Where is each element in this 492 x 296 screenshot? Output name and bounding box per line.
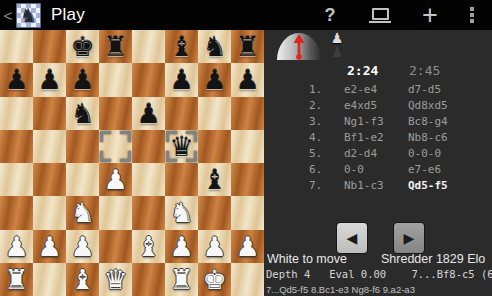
square-e3[interactable] — [132, 196, 165, 229]
square-d2[interactable] — [99, 230, 132, 263]
captured-white-pawn-icon: ♟ — [331, 31, 344, 45]
move-list: 1.e2-e4d7-d52.e4xd5Qd8xd53.Ng1-f3Bc8-g44… — [309, 81, 448, 193]
square-h8[interactable]: ♜ — [231, 30, 264, 63]
board-rect-icon — [372, 8, 389, 20]
square-d3[interactable] — [99, 196, 132, 229]
captured-black-pawn-icon: ♟ — [331, 45, 344, 59]
black-move[interactable]: Qd8xd5 — [408, 99, 448, 112]
piece-black-rook[interactable]: ♜ — [235, 33, 259, 60]
turn-indicator: White to move — [267, 252, 347, 266]
piece-black-king[interactable]: ♚ — [70, 33, 94, 60]
square-a6[interactable] — [0, 97, 33, 130]
square-a3[interactable] — [0, 196, 33, 229]
move-row: 1.e2-e4d7-d5 — [309, 81, 448, 97]
white-move[interactable]: e2-e4 — [344, 83, 408, 96]
piece-black-pawn[interactable]: ♟ — [37, 66, 61, 93]
piece-black-pawn[interactable]: ♟ — [235, 66, 259, 93]
white-move[interactable]: Bf1-e2 — [344, 131, 408, 144]
square-h4[interactable] — [231, 163, 264, 196]
square-c2[interactable]: ♟ — [66, 230, 99, 263]
square-g1[interactable]: ♚ — [198, 263, 231, 296]
square-b1[interactable] — [33, 263, 66, 296]
chess-board: ♚♜♝♞♜♟♟♟♟♟♟♞♟♛♟♝♞♞♟♟♟♝♟♟♟♜♝♛♜♚ — [0, 30, 264, 296]
square-b5[interactable] — [33, 130, 66, 163]
square-c6[interactable]: ♞ — [66, 97, 99, 130]
overflow-menu-button[interactable] — [460, 0, 484, 30]
black-move[interactable]: Nb8-c6 — [408, 131, 448, 144]
piece-white-rook[interactable]: ♜ — [169, 266, 193, 293]
square-c7[interactable]: ♟ — [66, 63, 99, 96]
square-h1[interactable] — [231, 263, 264, 296]
last-move-corner-icon — [120, 151, 131, 162]
piece-white-pawn[interactable]: ♟ — [70, 233, 94, 260]
square-e2[interactable]: ♝ — [132, 230, 165, 263]
square-g6[interactable] — [198, 97, 231, 130]
square-g3[interactable] — [198, 196, 231, 229]
square-g8[interactable]: ♞ — [198, 30, 231, 63]
principal-variation-line: 7...Qd5-f5 8.Bc1-e3 Ng8-f6 9.a2-a3 — [266, 284, 415, 295]
piece-black-bishop[interactable]: ♝ — [202, 166, 226, 193]
move-row: 5.d2-d40-0-0 — [309, 145, 448, 161]
move-number: 3. — [309, 115, 344, 128]
captured-pieces: ♟ ♟ — [328, 31, 346, 59]
square-a2[interactable]: ♟ — [0, 230, 33, 263]
piece-white-pawn[interactable]: ♟ — [169, 233, 193, 260]
square-e7[interactable] — [132, 63, 165, 96]
piece-white-king[interactable]: ♚ — [202, 266, 226, 293]
top-bar: < ♞ Play ? + — [0, 0, 492, 30]
square-c3[interactable]: ♞ — [66, 196, 99, 229]
square-f4[interactable] — [165, 163, 198, 196]
square-f5[interactable]: ♛ — [165, 130, 198, 163]
square-h5[interactable] — [231, 130, 264, 163]
square-c5[interactable] — [66, 130, 99, 163]
page-title: Play — [51, 5, 85, 25]
square-a8[interactable] — [0, 30, 33, 63]
piece-white-pawn[interactable]: ♟ — [235, 233, 259, 260]
square-g5[interactable] — [198, 130, 231, 163]
move-row: 3.Ng1-f3Bc8-g4 — [309, 113, 448, 129]
square-c4[interactable] — [66, 163, 99, 196]
square-c1[interactable]: ♝ — [66, 263, 99, 296]
square-d8[interactable]: ♜ — [99, 30, 132, 63]
engine-analysis-line: Depth 4 Eval 0.00 7...Bf8-c5 (6 — [266, 268, 492, 280]
knight-logo-icon: ♞ — [20, 6, 37, 25]
square-c8[interactable]: ♚ — [66, 30, 99, 63]
piece-black-queen[interactable]: ♛ — [169, 133, 193, 160]
board-base-icon — [369, 21, 391, 23]
new-game-button[interactable]: + — [412, 0, 448, 33]
move-row: 2.e4xd5Qd8xd5 — [309, 97, 448, 113]
square-a7[interactable]: ♟ — [0, 63, 33, 96]
square-d7[interactable] — [99, 63, 132, 96]
square-h6[interactable] — [231, 97, 264, 130]
square-b2[interactable]: ♟ — [33, 230, 66, 263]
piece-white-pawn[interactable]: ♟ — [202, 233, 226, 260]
square-a5[interactable] — [0, 130, 33, 163]
piece-black-pawn[interactable]: ♟ — [169, 66, 193, 93]
move-row: 4.Bf1-e2Nb8-c6 — [309, 129, 448, 145]
piece-black-pawn[interactable]: ♟ — [136, 100, 160, 127]
black-move[interactable]: 0-0-0 — [408, 147, 448, 160]
square-b3[interactable] — [33, 196, 66, 229]
menu-dot-icon — [470, 13, 474, 17]
square-h7[interactable]: ♟ — [231, 63, 264, 96]
piece-white-bishop[interactable]: ♝ — [136, 233, 160, 260]
piece-black-pawn[interactable]: ♟ — [70, 66, 94, 93]
square-h3[interactable] — [231, 196, 264, 229]
piece-white-pawn[interactable]: ♟ — [37, 233, 61, 260]
square-f7[interactable]: ♟ — [165, 63, 198, 96]
menu-dot-icon — [470, 19, 474, 23]
square-f6[interactable] — [165, 97, 198, 130]
piece-black-pawn[interactable]: ♟ — [4, 66, 28, 93]
menu-dot-icon — [470, 7, 474, 11]
square-f1[interactable]: ♜ — [165, 263, 198, 296]
square-e1[interactable] — [132, 263, 165, 296]
white-move[interactable]: d2-d4 — [344, 147, 408, 160]
piece-white-rook[interactable]: ♜ — [4, 266, 28, 293]
app-icon: ♞ — [16, 3, 41, 28]
white-move[interactable]: e4xd5 — [344, 99, 408, 112]
black-move[interactable]: d7-d5 — [408, 83, 448, 96]
square-f2[interactable]: ♟ — [165, 230, 198, 263]
last-move-corner-icon — [100, 151, 111, 162]
square-g7[interactable]: ♟ — [198, 63, 231, 96]
last-move-corner-icon — [120, 131, 131, 142]
piece-white-queen[interactable]: ♛ — [103, 266, 127, 293]
square-e8[interactable] — [132, 30, 165, 63]
black-move[interactable]: Bc8-g4 — [408, 115, 448, 128]
piece-black-knight[interactable]: ♞ — [202, 33, 226, 60]
piece-black-knight[interactable]: ♞ — [70, 100, 94, 127]
square-d4[interactable]: ♟ — [99, 163, 132, 196]
engine-strength-label: Shredder 1829 Elo — [381, 252, 485, 266]
square-e5[interactable] — [132, 130, 165, 163]
last-move-corner-icon — [100, 131, 111, 142]
board-view-button[interactable] — [364, 0, 396, 30]
white-move[interactable]: Nb1-c3 — [344, 179, 408, 192]
piece-black-pawn[interactable]: ♟ — [202, 66, 226, 93]
back-chevron-icon[interactable]: < — [2, 7, 14, 24]
previous-move-button[interactable]: ◀ — [336, 222, 368, 254]
piece-black-bishop[interactable]: ♝ — [169, 33, 193, 60]
help-button[interactable]: ? — [316, 0, 344, 30]
square-f8[interactable]: ♝ — [165, 30, 198, 63]
move-number: 7. — [309, 179, 344, 192]
clock-white: 2:24 — [347, 63, 378, 78]
move-number: 6. — [309, 163, 344, 176]
square-b7[interactable]: ♟ — [33, 63, 66, 96]
clock-black: 2:45 — [409, 63, 440, 78]
piece-white-knight[interactable]: ♞ — [169, 199, 193, 226]
move-number: 5. — [309, 147, 344, 160]
square-e6[interactable]: ♟ — [132, 97, 165, 130]
move-number: 4. — [309, 131, 344, 144]
white-move[interactable]: Ng1-f3 — [344, 115, 408, 128]
square-g2[interactable]: ♟ — [198, 230, 231, 263]
white-move[interactable]: 0-0 — [344, 163, 408, 176]
piece-white-pawn[interactable]: ♟ — [103, 166, 127, 193]
move-row: 7.Nb1-c3Qd5-f5 — [309, 177, 448, 193]
piece-white-bishop[interactable]: ♝ — [70, 266, 94, 293]
square-a1[interactable]: ♜ — [0, 263, 33, 296]
square-d1[interactable]: ♛ — [99, 263, 132, 296]
square-b8[interactable] — [33, 30, 66, 63]
black-move[interactable]: e7-e6 — [408, 163, 448, 176]
square-b4[interactable] — [33, 163, 66, 196]
shredder-chess-app: < ♞ Play ? + ♚♜♝♞♜♟♟♟♟♟♟♞♟♛♟♝♞♞♟♟♟♝♟♟♟♜♝… — [0, 0, 492, 296]
side-panel: ♟ ♟ 2:24 2:45 1.e2-e4d7-d52.e4xd5Qd8xd53… — [264, 30, 492, 296]
square-d6[interactable] — [99, 97, 132, 130]
piece-black-rook[interactable]: ♜ — [103, 33, 127, 60]
move-row: 6.0-0e7-e6 — [309, 161, 448, 177]
next-move-button[interactable]: ▶ — [393, 222, 425, 254]
eval-gauge — [276, 32, 322, 60]
piece-white-pawn[interactable]: ♟ — [4, 233, 28, 260]
square-g4[interactable]: ♝ — [198, 163, 231, 196]
square-h2[interactable]: ♟ — [231, 230, 264, 263]
square-b6[interactable] — [33, 97, 66, 130]
black-move[interactable]: Qd5-f5 — [408, 179, 448, 192]
piece-white-knight[interactable]: ♞ — [70, 199, 94, 226]
move-number: 1. — [309, 83, 344, 96]
move-number: 2. — [309, 99, 344, 112]
square-e4[interactable] — [132, 163, 165, 196]
square-f3[interactable]: ♞ — [165, 196, 198, 229]
square-d5[interactable] — [99, 130, 132, 163]
square-a4[interactable] — [0, 163, 33, 196]
